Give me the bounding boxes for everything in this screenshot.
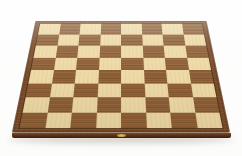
square-d8[interactable]	[100, 24, 121, 35]
square-h2[interactable]	[193, 97, 220, 112]
photo-background	[0, 0, 242, 156]
square-b2[interactable]	[47, 97, 73, 112]
square-e7[interactable]	[121, 34, 142, 45]
square-f8[interactable]	[141, 24, 162, 35]
square-b6[interactable]	[55, 46, 78, 58]
square-d5[interactable]	[99, 57, 122, 70]
square-g5[interactable]	[165, 57, 189, 70]
square-e2[interactable]	[121, 97, 146, 112]
square-g3[interactable]	[167, 83, 192, 97]
square-b1[interactable]	[45, 112, 72, 128]
square-e5[interactable]	[121, 57, 144, 70]
square-c8[interactable]	[80, 24, 101, 35]
square-c1[interactable]	[70, 112, 96, 128]
square-a4[interactable]	[28, 70, 53, 83]
square-f1[interactable]	[146, 112, 172, 128]
square-h1[interactable]	[195, 112, 223, 128]
square-a8[interactable]	[38, 24, 60, 35]
square-d6[interactable]	[99, 46, 121, 58]
square-g1[interactable]	[170, 112, 197, 128]
square-a1[interactable]	[19, 112, 47, 128]
square-c3[interactable]	[73, 83, 98, 97]
square-d2[interactable]	[96, 97, 121, 112]
square-c5[interactable]	[76, 57, 99, 70]
square-g7[interactable]	[162, 34, 184, 45]
square-h6[interactable]	[185, 46, 209, 58]
chessboard	[12, 21, 230, 133]
square-a2[interactable]	[23, 97, 50, 112]
square-g8[interactable]	[161, 24, 183, 35]
square-c6[interactable]	[77, 46, 99, 58]
square-f2[interactable]	[145, 97, 170, 112]
square-b7[interactable]	[57, 34, 79, 45]
board-grid	[19, 24, 222, 129]
square-g4[interactable]	[166, 70, 190, 83]
square-d4[interactable]	[98, 70, 121, 83]
square-a3[interactable]	[26, 83, 52, 97]
brass-clasp-icon	[117, 134, 126, 137]
square-f6[interactable]	[142, 46, 164, 58]
square-g6[interactable]	[164, 46, 187, 58]
square-h3[interactable]	[190, 83, 216, 97]
square-d1[interactable]	[96, 112, 121, 128]
square-e4[interactable]	[121, 70, 144, 83]
square-c7[interactable]	[78, 34, 100, 45]
square-b4[interactable]	[52, 70, 76, 83]
square-d3[interactable]	[97, 83, 121, 97]
square-g2[interactable]	[169, 97, 195, 112]
square-b8[interactable]	[59, 24, 81, 35]
square-b5[interactable]	[54, 57, 78, 70]
square-e8[interactable]	[121, 24, 142, 35]
square-h8[interactable]	[182, 24, 204, 35]
square-c2[interactable]	[72, 97, 97, 112]
square-c4[interactable]	[75, 70, 99, 83]
square-h7[interactable]	[183, 34, 206, 45]
square-d7[interactable]	[100, 34, 121, 45]
square-h5[interactable]	[187, 57, 211, 70]
square-a5[interactable]	[31, 57, 55, 70]
square-a7[interactable]	[36, 34, 59, 45]
square-e3[interactable]	[121, 83, 145, 97]
square-a6[interactable]	[33, 46, 57, 58]
square-e6[interactable]	[121, 46, 143, 58]
square-f5[interactable]	[143, 57, 166, 70]
square-f3[interactable]	[144, 83, 169, 97]
square-h4[interactable]	[189, 70, 214, 83]
square-f4[interactable]	[144, 70, 168, 83]
square-f7[interactable]	[142, 34, 164, 45]
square-b3[interactable]	[49, 83, 74, 97]
square-e1[interactable]	[121, 112, 146, 128]
